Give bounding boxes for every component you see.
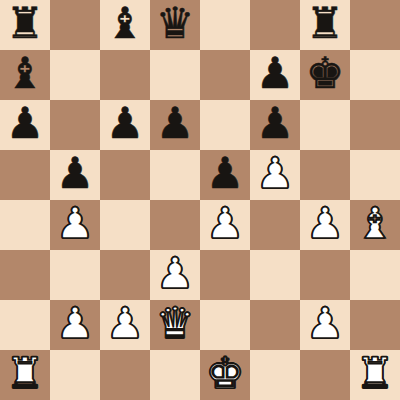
square-g4[interactable]: ♟: [300, 200, 350, 250]
square-e3[interactable]: [200, 250, 250, 300]
square-d6[interactable]: ♟: [150, 100, 200, 150]
black-king: ♚: [306, 48, 345, 98]
black-pawn: ♟: [56, 148, 95, 198]
black-pawn: ♟: [106, 98, 145, 148]
square-f1[interactable]: [250, 350, 300, 400]
square-f6[interactable]: ♟: [250, 100, 300, 150]
square-g5[interactable]: [300, 150, 350, 200]
white-pawn: ♟: [156, 248, 195, 298]
square-e4[interactable]: ♟: [200, 200, 250, 250]
square-f5[interactable]: ♟: [250, 150, 300, 200]
white-rook: ♜: [6, 348, 45, 398]
black-rook: ♜: [6, 0, 45, 48]
white-pawn: ♟: [306, 298, 345, 348]
square-a6[interactable]: ♟: [0, 100, 50, 150]
square-g1[interactable]: [300, 350, 350, 400]
square-f3[interactable]: [250, 250, 300, 300]
square-h1[interactable]: ♜: [350, 350, 400, 400]
square-c5[interactable]: [100, 150, 150, 200]
square-h6[interactable]: [350, 100, 400, 150]
square-b4[interactable]: ♟: [50, 200, 100, 250]
square-e8[interactable]: [200, 0, 250, 50]
black-bishop: ♝: [106, 0, 145, 48]
square-c6[interactable]: ♟: [100, 100, 150, 150]
square-d3[interactable]: ♟: [150, 250, 200, 300]
black-queen: ♛: [156, 0, 195, 48]
square-b1[interactable]: [50, 350, 100, 400]
square-h5[interactable]: [350, 150, 400, 200]
chess-board: ♜♝♛♜♝♟♚♟♟♟♟♟♟♟♟♟♟♝♟♟♟♛♟♜♚♜: [0, 0, 400, 400]
square-b8[interactable]: [50, 0, 100, 50]
square-b2[interactable]: ♟: [50, 300, 100, 350]
square-a4[interactable]: [0, 200, 50, 250]
square-b6[interactable]: [50, 100, 100, 150]
white-pawn: ♟: [306, 198, 345, 248]
square-c2[interactable]: ♟: [100, 300, 150, 350]
white-pawn: ♟: [56, 198, 95, 248]
square-f8[interactable]: [250, 0, 300, 50]
square-g2[interactable]: ♟: [300, 300, 350, 350]
square-a1[interactable]: ♜: [0, 350, 50, 400]
white-queen: ♛: [156, 298, 195, 348]
square-e5[interactable]: ♟: [200, 150, 250, 200]
black-rook: ♜: [306, 0, 345, 48]
square-f2[interactable]: [250, 300, 300, 350]
square-a2[interactable]: [0, 300, 50, 350]
square-c1[interactable]: [100, 350, 150, 400]
square-d8[interactable]: ♛: [150, 0, 200, 50]
square-h8[interactable]: [350, 0, 400, 50]
square-g3[interactable]: [300, 250, 350, 300]
square-h2[interactable]: [350, 300, 400, 350]
square-b3[interactable]: [50, 250, 100, 300]
square-a5[interactable]: [0, 150, 50, 200]
square-h7[interactable]: [350, 50, 400, 100]
square-c8[interactable]: ♝: [100, 0, 150, 50]
square-h4[interactable]: ♝: [350, 200, 400, 250]
square-a7[interactable]: ♝: [0, 50, 50, 100]
square-h3[interactable]: [350, 250, 400, 300]
square-a3[interactable]: [0, 250, 50, 300]
square-e6[interactable]: [200, 100, 250, 150]
square-b7[interactable]: [50, 50, 100, 100]
square-d1[interactable]: [150, 350, 200, 400]
square-e2[interactable]: [200, 300, 250, 350]
square-g7[interactable]: ♚: [300, 50, 350, 100]
square-e7[interactable]: [200, 50, 250, 100]
white-king: ♚: [206, 348, 245, 398]
black-pawn: ♟: [156, 98, 195, 148]
square-b5[interactable]: ♟: [50, 150, 100, 200]
square-c4[interactable]: [100, 200, 150, 250]
square-g6[interactable]: [300, 100, 350, 150]
black-pawn: ♟: [256, 48, 295, 98]
square-f7[interactable]: ♟: [250, 50, 300, 100]
white-pawn: ♟: [206, 198, 245, 248]
square-c7[interactable]: [100, 50, 150, 100]
white-pawn: ♟: [256, 148, 295, 198]
square-d4[interactable]: [150, 200, 200, 250]
black-bishop: ♝: [6, 48, 45, 98]
square-e1[interactable]: ♚: [200, 350, 250, 400]
square-g8[interactable]: ♜: [300, 0, 350, 50]
black-pawn: ♟: [6, 98, 45, 148]
square-d2[interactable]: ♛: [150, 300, 200, 350]
square-d5[interactable]: [150, 150, 200, 200]
square-a8[interactable]: ♜: [0, 0, 50, 50]
white-bishop: ♝: [356, 198, 395, 248]
white-rook: ♜: [356, 348, 395, 398]
white-pawn: ♟: [56, 298, 95, 348]
square-c3[interactable]: [100, 250, 150, 300]
square-d7[interactable]: [150, 50, 200, 100]
black-pawn: ♟: [206, 148, 245, 198]
square-f4[interactable]: [250, 200, 300, 250]
black-pawn: ♟: [256, 98, 295, 148]
white-pawn: ♟: [106, 298, 145, 348]
chess-board-container: ♜♝♛♜♝♟♚♟♟♟♟♟♟♟♟♟♟♝♟♟♟♛♟♜♚♜: [0, 0, 400, 400]
